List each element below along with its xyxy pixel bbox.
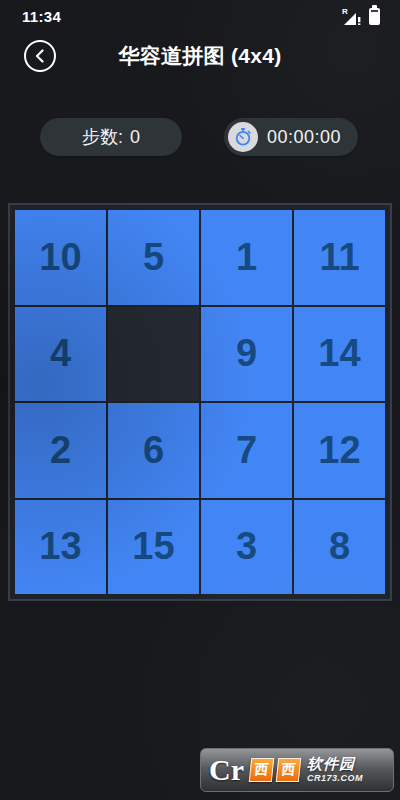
tile-3[interactable]: 3 [201, 500, 292, 595]
watermark-text-column: 软件园 CR173.COM [307, 756, 363, 783]
tile-13[interactable]: 13 [15, 500, 106, 595]
puzzle-board-frame: 105111491426712131538 [8, 203, 392, 601]
tile-10[interactable]: 10 [15, 210, 106, 305]
tile-1[interactable]: 1 [201, 210, 292, 305]
steps-label: 步数: [82, 125, 123, 149]
steps-counter: 步数: 0 [40, 118, 182, 156]
page-title: 华容道拼图 (4x4) [0, 40, 400, 72]
stopwatch-icon [228, 122, 258, 152]
tile-7[interactable]: 7 [201, 403, 292, 498]
stats-row: 步数: 0 00:00:00 [0, 118, 400, 156]
watermark-logo: Cr 西 西 软件园 CR173.COM [200, 748, 394, 792]
signal-triangle-alert-icon: R [342, 8, 362, 25]
status-bar: 11:34 R [0, 0, 400, 32]
watermark-site-text: CR173.COM [307, 773, 363, 784]
tile-5[interactable]: 5 [108, 210, 199, 305]
tile-2[interactable]: 2 [15, 403, 106, 498]
tile-9[interactable]: 9 [201, 307, 292, 402]
tile-15[interactable]: 15 [108, 500, 199, 595]
battery-icon [369, 8, 380, 25]
watermark-xi-block-2: 西 [276, 758, 302, 782]
clock-time: 11:34 [22, 8, 61, 25]
watermark-cr-text: Cr [209, 755, 244, 785]
tile-14[interactable]: 14 [294, 307, 385, 402]
empty-cell [108, 307, 199, 402]
header: 华容道拼图 (4x4) [0, 40, 400, 72]
tile-8[interactable]: 8 [294, 500, 385, 595]
puzzle-board: 105111491426712131538 [15, 210, 385, 594]
tile-11[interactable]: 11 [294, 210, 385, 305]
steps-value: 0 [130, 127, 140, 148]
tile-4[interactable]: 4 [15, 307, 106, 402]
tile-6[interactable]: 6 [108, 403, 199, 498]
timer-value: 00:00:00 [267, 127, 341, 148]
status-icons: R [342, 7, 380, 25]
tile-12[interactable]: 12 [294, 403, 385, 498]
watermark-xi-block-1: 西 [249, 758, 275, 782]
watermark-soft-text: 软件园 [307, 756, 363, 773]
timer: 00:00:00 [224, 118, 358, 156]
